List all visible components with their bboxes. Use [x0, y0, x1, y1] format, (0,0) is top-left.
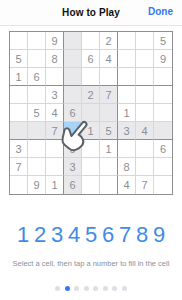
- sudoku-cell[interactable]: 3: [10, 140, 28, 158]
- sudoku-cell[interactable]: 9: [64, 140, 82, 158]
- sudoku-cell[interactable]: [136, 50, 154, 68]
- sudoku-cell[interactable]: [136, 86, 154, 104]
- sudoku-cell[interactable]: [100, 104, 118, 122]
- sudoku-cell[interactable]: 3: [64, 158, 82, 176]
- sudoku-cell[interactable]: 2: [100, 32, 118, 50]
- sudoku-cell[interactable]: 5: [154, 32, 172, 50]
- sudoku-cell[interactable]: [118, 68, 136, 86]
- sudoku-cell[interactable]: [154, 104, 172, 122]
- sudoku-cell[interactable]: [154, 86, 172, 104]
- sudoku-cell[interactable]: 7: [100, 86, 118, 104]
- carousel-dots: [0, 286, 182, 291]
- sudoku-cell[interactable]: 6: [28, 68, 46, 86]
- numpad-digit[interactable]: 1: [17, 222, 29, 248]
- sudoku-cell[interactable]: 1: [118, 104, 136, 122]
- page-dot: [112, 286, 117, 291]
- sudoku-cell[interactable]: [100, 158, 118, 176]
- sudoku-cell[interactable]: 4: [46, 104, 64, 122]
- sudoku-cell[interactable]: [154, 176, 172, 194]
- sudoku-cell[interactable]: [10, 86, 28, 104]
- sudoku-cell[interactable]: 3: [118, 122, 136, 140]
- page-title: How to Play: [62, 7, 120, 18]
- sudoku-cell[interactable]: 4: [100, 50, 118, 68]
- numpad-digit[interactable]: 8: [136, 222, 148, 248]
- sudoku-cell[interactable]: [64, 50, 82, 68]
- number-pad: 123456789: [0, 222, 182, 248]
- page-dot: [93, 286, 98, 291]
- sudoku-cell[interactable]: [64, 86, 82, 104]
- sudoku-cell[interactable]: [136, 68, 154, 86]
- sudoku-cell[interactable]: 9: [154, 50, 172, 68]
- sudoku-cell[interactable]: 9: [46, 32, 64, 50]
- done-button[interactable]: Done: [148, 6, 173, 17]
- sudoku-cell[interactable]: 8: [118, 158, 136, 176]
- sudoku-cell[interactable]: [46, 68, 64, 86]
- sudoku-cell[interactable]: 8: [46, 50, 64, 68]
- sudoku-cell[interactable]: [82, 176, 100, 194]
- sudoku-cell[interactable]: 5: [28, 104, 46, 122]
- sudoku-cell[interactable]: [154, 68, 172, 86]
- sudoku-cell[interactable]: 5: [100, 122, 118, 140]
- sudoku-board-wrap: 9255864916327546171534391673891647: [9, 31, 175, 195]
- sudoku-cell[interactable]: [118, 32, 136, 50]
- sudoku-cell[interactable]: [100, 176, 118, 194]
- sudoku-cell[interactable]: [136, 140, 154, 158]
- sudoku-cell[interactable]: 7: [10, 158, 28, 176]
- sudoku-cell[interactable]: [28, 32, 46, 50]
- sudoku-cell[interactable]: [82, 104, 100, 122]
- sudoku-cell[interactable]: [28, 140, 46, 158]
- sudoku-cell[interactable]: 4: [118, 176, 136, 194]
- sudoku-cell[interactable]: 1: [10, 68, 28, 86]
- sudoku-cell[interactable]: [64, 32, 82, 50]
- page-dot: [84, 286, 89, 291]
- numpad-digit[interactable]: 3: [51, 222, 63, 248]
- instruction-text: Select a cell, then tap a number to fill…: [11, 258, 171, 270]
- page-dot: [122, 286, 127, 291]
- numpad-digit[interactable]: 7: [119, 222, 131, 248]
- sudoku-cell[interactable]: [28, 158, 46, 176]
- page-dot: [74, 286, 79, 291]
- sudoku-cell[interactable]: 3: [46, 86, 64, 104]
- sudoku-cell[interactable]: [10, 32, 28, 50]
- sudoku-cell[interactable]: [136, 32, 154, 50]
- numpad-digit[interactable]: 2: [34, 222, 46, 248]
- sudoku-cell[interactable]: [46, 158, 64, 176]
- sudoku-cell[interactable]: [28, 50, 46, 68]
- sudoku-board[interactable]: 9255864916327546171534391673891647: [9, 31, 173, 195]
- numpad-digit[interactable]: 6: [102, 222, 114, 248]
- sudoku-cell[interactable]: 6: [64, 176, 82, 194]
- page-dot: [103, 286, 108, 291]
- numpad-digit[interactable]: 9: [153, 222, 165, 248]
- sudoku-cell[interactable]: 1: [82, 122, 100, 140]
- sudoku-cell[interactable]: 9: [28, 176, 46, 194]
- sudoku-cell[interactable]: [118, 86, 136, 104]
- sudoku-cell[interactable]: [82, 158, 100, 176]
- sudoku-cell[interactable]: 4: [136, 122, 154, 140]
- sudoku-cell[interactable]: [28, 86, 46, 104]
- sudoku-cell[interactable]: [154, 122, 172, 140]
- sudoku-cell[interactable]: 2: [82, 86, 100, 104]
- sudoku-cell[interactable]: 1: [46, 176, 64, 194]
- sudoku-cell[interactable]: [82, 32, 100, 50]
- sudoku-cell[interactable]: [10, 176, 28, 194]
- sudoku-cell[interactable]: 7: [136, 176, 154, 194]
- sudoku-cell[interactable]: 6: [154, 140, 172, 158]
- sudoku-cell[interactable]: 6: [64, 104, 82, 122]
- sudoku-cell[interactable]: 6: [82, 50, 100, 68]
- sudoku-cell[interactable]: [100, 68, 118, 86]
- sudoku-cell[interactable]: [118, 50, 136, 68]
- sudoku-cell[interactable]: [136, 104, 154, 122]
- header: How to Play Done: [0, 0, 182, 26]
- sudoku-cell[interactable]: [64, 122, 82, 140]
- sudoku-cell[interactable]: 7: [46, 122, 64, 140]
- sudoku-cell[interactable]: [118, 140, 136, 158]
- sudoku-cell[interactable]: [82, 68, 100, 86]
- numpad-digit[interactable]: 5: [85, 222, 97, 248]
- sudoku-cell[interactable]: [46, 140, 64, 158]
- sudoku-cell[interactable]: [136, 158, 154, 176]
- numpad-digit[interactable]: 4: [68, 222, 80, 248]
- sudoku-cell[interactable]: [10, 122, 28, 140]
- sudoku-cell[interactable]: [82, 140, 100, 158]
- sudoku-cell[interactable]: [10, 104, 28, 122]
- sudoku-cell[interactable]: [28, 122, 46, 140]
- page-dot: [55, 286, 60, 291]
- sudoku-cell[interactable]: [154, 158, 172, 176]
- page-dot-active: [65, 286, 70, 291]
- sudoku-cell[interactable]: [64, 68, 82, 86]
- sudoku-cell[interactable]: 5: [10, 50, 28, 68]
- sudoku-cell[interactable]: 1: [100, 140, 118, 158]
